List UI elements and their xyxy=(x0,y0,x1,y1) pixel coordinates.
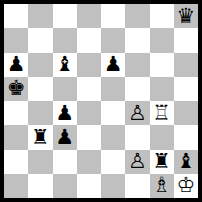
piece-white-bishop: ♗ xyxy=(152,175,171,196)
square-c8[interactable] xyxy=(53,4,77,28)
square-d2[interactable] xyxy=(77,150,101,174)
square-b3[interactable]: ♜ xyxy=(28,125,52,149)
square-b8[interactable] xyxy=(28,4,52,28)
square-c6[interactable]: ♝ xyxy=(53,53,77,77)
piece-black-pawn: ♟ xyxy=(55,103,74,124)
square-c1[interactable] xyxy=(53,174,77,198)
square-e8[interactable] xyxy=(101,4,125,28)
square-d6[interactable] xyxy=(77,53,101,77)
square-h1[interactable]: ♔ xyxy=(174,174,198,198)
piece-black-pawn: ♟ xyxy=(7,54,26,75)
square-a3[interactable] xyxy=(4,125,28,149)
square-a4[interactable] xyxy=(4,101,28,125)
piece-black-pawn: ♟ xyxy=(104,54,123,75)
square-h6[interactable] xyxy=(174,53,198,77)
square-b4[interactable] xyxy=(28,101,52,125)
piece-black-bishop: ♝ xyxy=(55,54,74,75)
square-d8[interactable] xyxy=(77,4,101,28)
square-h4[interactable] xyxy=(174,101,198,125)
square-f2[interactable]: ♙ xyxy=(125,150,149,174)
square-d3[interactable] xyxy=(77,125,101,149)
square-g3[interactable] xyxy=(150,125,174,149)
square-f1[interactable] xyxy=(125,174,149,198)
square-d1[interactable] xyxy=(77,174,101,198)
square-g7[interactable] xyxy=(150,28,174,52)
square-f8[interactable] xyxy=(125,4,149,28)
square-a1[interactable] xyxy=(4,174,28,198)
square-d5[interactable] xyxy=(77,77,101,101)
square-h2[interactable]: ♝ xyxy=(174,150,198,174)
square-d7[interactable] xyxy=(77,28,101,52)
square-f4[interactable]: ♙ xyxy=(125,101,149,125)
piece-black-bishop: ♝ xyxy=(176,151,195,172)
square-f6[interactable] xyxy=(125,53,149,77)
square-c5[interactable] xyxy=(53,77,77,101)
square-e6[interactable]: ♟ xyxy=(101,53,125,77)
chess-board: ♛♟♝♟♚♟♙♖♜♟♙♜♝♗♔ xyxy=(4,4,198,198)
piece-black-king: ♚ xyxy=(7,78,26,99)
square-c2[interactable] xyxy=(53,150,77,174)
square-e4[interactable] xyxy=(101,101,125,125)
square-g1[interactable]: ♗ xyxy=(150,174,174,198)
square-d4[interactable] xyxy=(77,101,101,125)
square-b6[interactable] xyxy=(28,53,52,77)
piece-black-pawn: ♟ xyxy=(55,127,74,148)
square-e5[interactable] xyxy=(101,77,125,101)
square-f7[interactable] xyxy=(125,28,149,52)
square-h8[interactable]: ♛ xyxy=(174,4,198,28)
square-a2[interactable] xyxy=(4,150,28,174)
square-a7[interactable] xyxy=(4,28,28,52)
piece-white-rook: ♖ xyxy=(152,103,171,124)
square-c3[interactable]: ♟ xyxy=(53,125,77,149)
square-f5[interactable] xyxy=(125,77,149,101)
square-e7[interactable] xyxy=(101,28,125,52)
piece-black-queen: ♛ xyxy=(176,6,195,27)
square-b2[interactable] xyxy=(28,150,52,174)
square-c7[interactable] xyxy=(53,28,77,52)
square-g8[interactable] xyxy=(150,4,174,28)
square-g5[interactable] xyxy=(150,77,174,101)
square-a8[interactable] xyxy=(4,4,28,28)
square-c4[interactable]: ♟ xyxy=(53,101,77,125)
piece-white-pawn: ♙ xyxy=(128,103,147,124)
square-g4[interactable]: ♖ xyxy=(150,101,174,125)
square-g6[interactable] xyxy=(150,53,174,77)
square-a6[interactable]: ♟ xyxy=(4,53,28,77)
square-e3[interactable] xyxy=(101,125,125,149)
square-h3[interactable] xyxy=(174,125,198,149)
square-b5[interactable] xyxy=(28,77,52,101)
square-g2[interactable]: ♜ xyxy=(150,150,174,174)
square-e1[interactable] xyxy=(101,174,125,198)
piece-white-pawn: ♙ xyxy=(128,151,147,172)
square-a5[interactable]: ♚ xyxy=(4,77,28,101)
square-h5[interactable] xyxy=(174,77,198,101)
square-h7[interactable] xyxy=(174,28,198,52)
piece-black-rook: ♜ xyxy=(31,127,50,148)
square-f3[interactable] xyxy=(125,125,149,149)
board-frame: ♛♟♝♟♚♟♙♖♜♟♙♜♝♗♔ xyxy=(0,0,202,202)
square-b1[interactable] xyxy=(28,174,52,198)
piece-black-rook: ♜ xyxy=(152,151,171,172)
square-b7[interactable] xyxy=(28,28,52,52)
piece-white-king: ♔ xyxy=(176,175,195,196)
square-e2[interactable] xyxy=(101,150,125,174)
